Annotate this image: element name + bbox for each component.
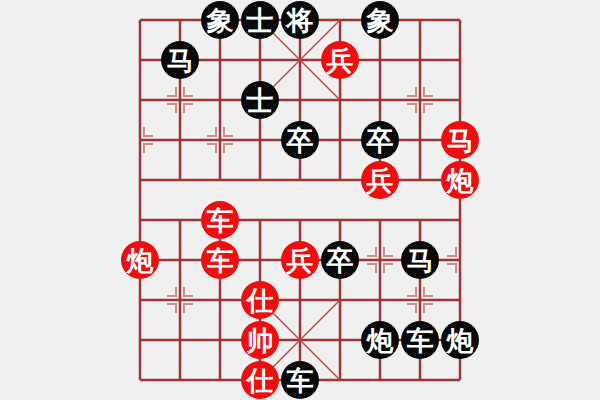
piece-red-advisor[interactable]: 仕 — [241, 281, 279, 319]
point-marker — [224, 127, 233, 136]
point-marker — [407, 87, 416, 96]
point-marker — [384, 247, 393, 256]
piece-black-general[interactable]: 将 — [281, 1, 319, 39]
point-marker — [384, 264, 393, 273]
piece-red-chariot[interactable]: 车 — [201, 241, 239, 279]
point-marker — [184, 304, 193, 313]
point-marker — [207, 127, 216, 136]
piece-red-cannon[interactable]: 炮 — [121, 241, 159, 279]
piece-red-cannon[interactable]: 炮 — [441, 161, 479, 199]
xiangqi-board: 象士将象马兵士卒卒马兵炮车炮车兵卒马仕帅炮车炮仕车 — [140, 20, 460, 380]
point-marker — [184, 87, 193, 96]
piece-black-soldier[interactable]: 卒 — [321, 241, 359, 279]
piece-red-horse[interactable]: 马 — [441, 121, 479, 159]
point-marker — [367, 264, 376, 273]
point-marker — [144, 127, 153, 136]
piece-red-general[interactable]: 帅 — [241, 321, 279, 359]
point-marker — [424, 87, 433, 96]
point-marker — [167, 87, 176, 96]
point-marker — [167, 304, 176, 313]
piece-black-soldier[interactable]: 卒 — [281, 121, 319, 159]
point-marker — [184, 287, 193, 296]
point-marker — [407, 104, 416, 113]
piece-black-soldier[interactable]: 卒 — [361, 121, 399, 159]
piece-black-advisor[interactable]: 士 — [241, 81, 279, 119]
piece-black-elephant[interactable]: 象 — [201, 1, 239, 39]
piece-red-soldier[interactable]: 兵 — [281, 241, 319, 279]
point-marker — [447, 247, 456, 256]
point-marker — [224, 144, 233, 153]
piece-red-soldier[interactable]: 兵 — [361, 161, 399, 199]
point-marker — [144, 144, 153, 153]
piece-black-chariot[interactable]: 车 — [281, 361, 319, 399]
point-marker — [167, 104, 176, 113]
point-marker — [207, 144, 216, 153]
point-marker — [424, 304, 433, 313]
point-marker — [184, 104, 193, 113]
point-marker — [407, 304, 416, 313]
point-marker — [167, 287, 176, 296]
point-marker — [367, 247, 376, 256]
piece-black-cannon[interactable]: 炮 — [361, 321, 399, 359]
piece-black-horse[interactable]: 马 — [161, 41, 199, 79]
piece-black-chariot[interactable]: 车 — [401, 321, 439, 359]
piece-black-cannon[interactable]: 炮 — [441, 321, 479, 359]
point-marker — [424, 104, 433, 113]
piece-red-chariot[interactable]: 车 — [201, 201, 239, 239]
piece-red-soldier[interactable]: 兵 — [321, 41, 359, 79]
piece-red-advisor[interactable]: 仕 — [241, 361, 279, 399]
piece-black-horse[interactable]: 马 — [401, 241, 439, 279]
point-marker — [424, 287, 433, 296]
piece-black-advisor[interactable]: 士 — [241, 1, 279, 39]
screenshot-root: 象士将象马兵士卒卒马兵炮车炮车兵卒马仕帅炮车炮仕车 — [0, 0, 600, 400]
point-marker — [407, 287, 416, 296]
piece-black-elephant[interactable]: 象 — [361, 1, 399, 39]
point-marker — [447, 264, 456, 273]
